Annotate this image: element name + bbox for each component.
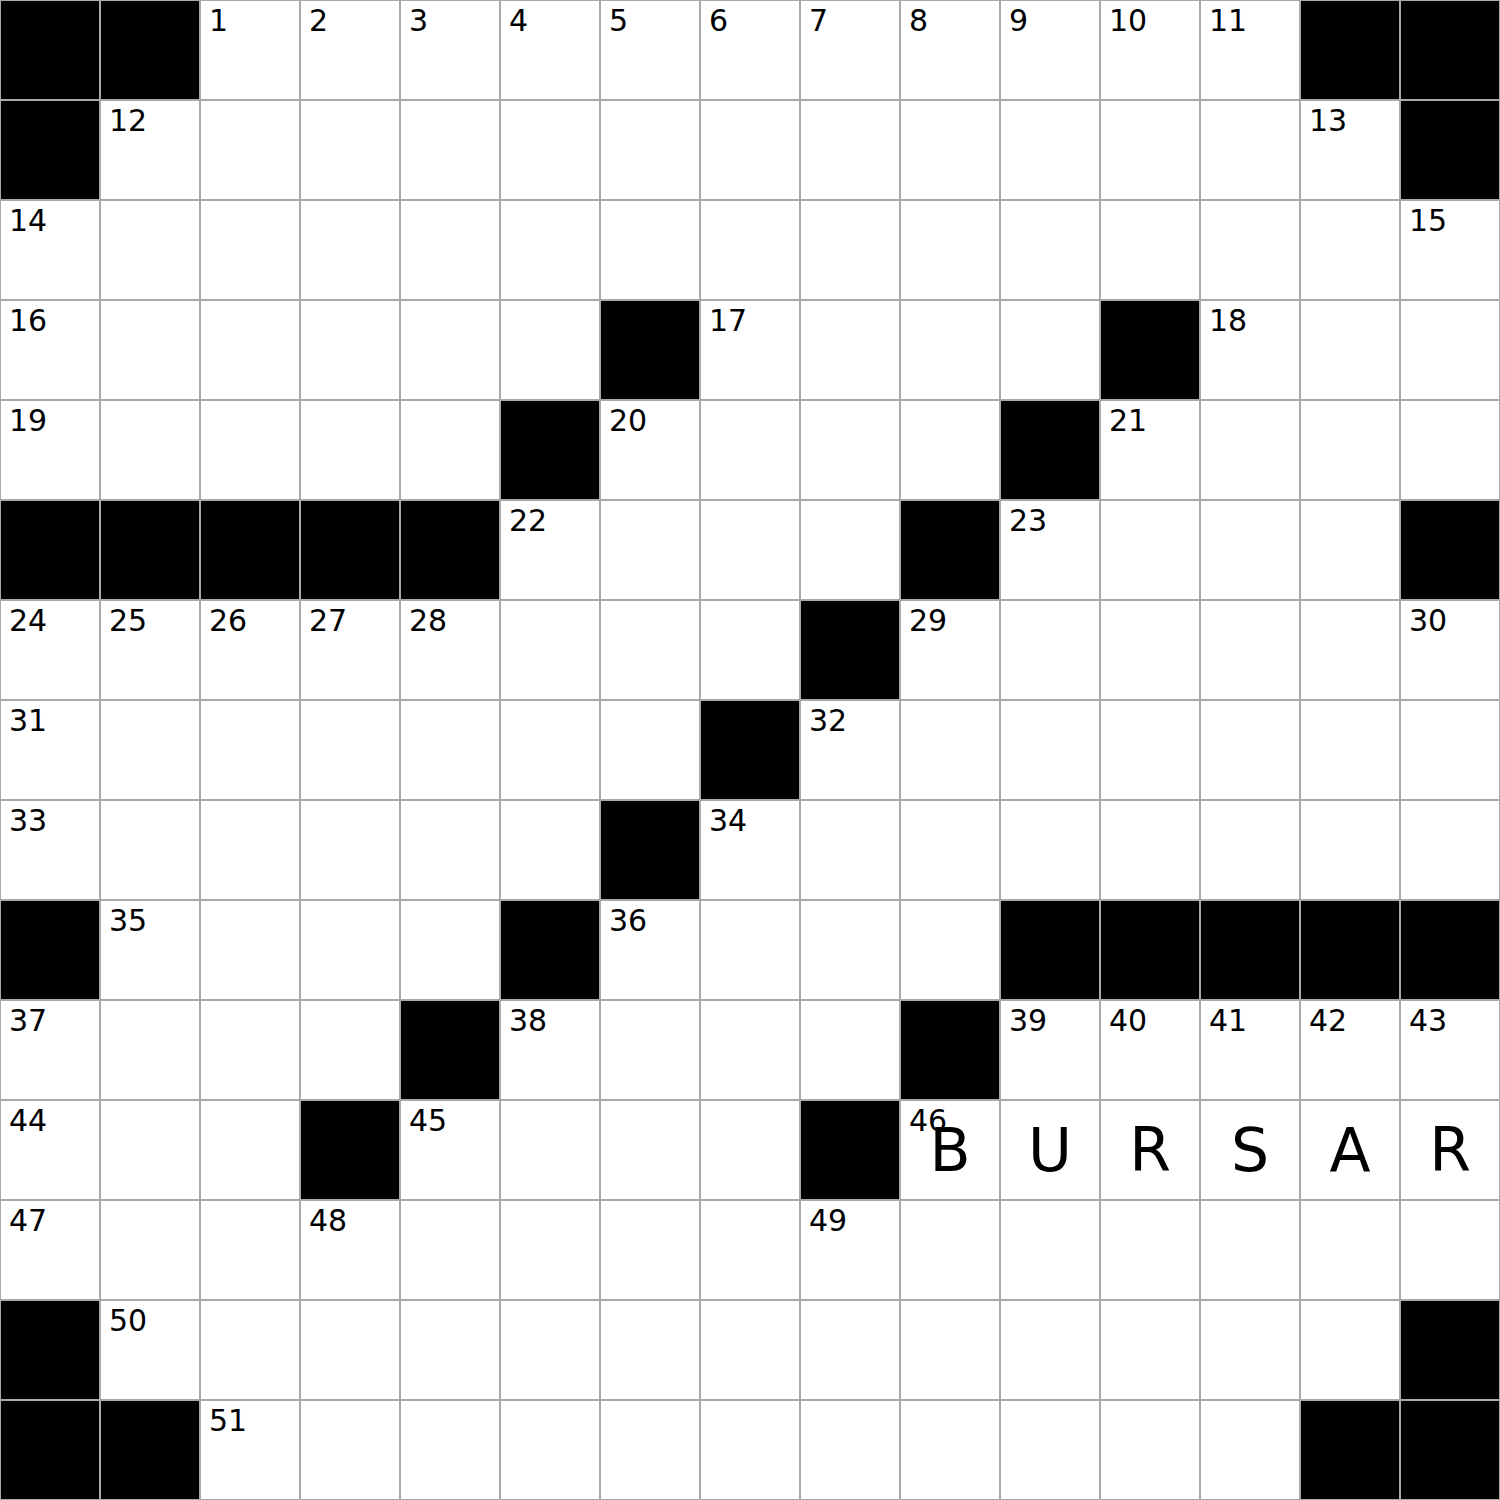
cell-r10c6[interactable] bbox=[600, 1000, 700, 1100]
clue-number-16: 16 bbox=[9, 306, 47, 336]
cell-r8c8[interactable] bbox=[800, 800, 900, 900]
cell-r8c1[interactable] bbox=[100, 800, 200, 900]
filled-letter: A bbox=[1301, 1101, 1399, 1199]
clue-number-13: 13 bbox=[1309, 106, 1347, 136]
black-cell-r5c14 bbox=[1400, 500, 1500, 600]
clue-number-38: 38 bbox=[509, 1006, 547, 1036]
cell-r11c4[interactable]: 45 bbox=[400, 1100, 500, 1200]
cell-r12c7[interactable] bbox=[700, 1200, 800, 1300]
cell-r0c4[interactable]: 3 bbox=[400, 0, 500, 100]
clue-number-47: 47 bbox=[9, 1206, 47, 1236]
cell-r2c6[interactable] bbox=[600, 200, 700, 300]
black-cell-r4c10 bbox=[1000, 400, 1100, 500]
clue-number-9: 9 bbox=[1009, 6, 1028, 36]
clue-number-32: 32 bbox=[809, 706, 847, 736]
cell-r11c14[interactable]: R bbox=[1400, 1100, 1500, 1200]
clue-number-30: 30 bbox=[1409, 606, 1447, 636]
cell-r8c13[interactable] bbox=[1300, 800, 1400, 900]
cell-r3c3[interactable] bbox=[300, 300, 400, 400]
filled-letter: U bbox=[1001, 1101, 1099, 1199]
cell-r3c14[interactable] bbox=[1400, 300, 1500, 400]
cell-r1c7[interactable] bbox=[700, 100, 800, 200]
cell-r1c13[interactable]: 13 bbox=[1300, 100, 1400, 200]
cell-r13c13[interactable] bbox=[1300, 1300, 1400, 1400]
cell-r2c10[interactable] bbox=[1000, 200, 1100, 300]
clue-number-11: 11 bbox=[1209, 6, 1247, 36]
clue-number-45: 45 bbox=[409, 1106, 447, 1136]
cell-r14c8[interactable] bbox=[800, 1400, 900, 1500]
black-cell-r5c2 bbox=[200, 500, 300, 600]
cell-r1c9[interactable] bbox=[900, 100, 1000, 200]
cell-r6c7[interactable] bbox=[700, 600, 800, 700]
cell-r14c11[interactable] bbox=[1100, 1400, 1200, 1500]
cell-r9c2[interactable] bbox=[200, 900, 300, 1000]
cell-r11c7[interactable] bbox=[700, 1100, 800, 1200]
cell-r9c1[interactable]: 35 bbox=[100, 900, 200, 1000]
cell-r12c12[interactable] bbox=[1200, 1200, 1300, 1300]
cell-r2c13[interactable] bbox=[1300, 200, 1400, 300]
black-cell-r5c1 bbox=[100, 500, 200, 600]
cell-r6c2[interactable]: 26 bbox=[200, 600, 300, 700]
black-cell-r9c5 bbox=[500, 900, 600, 1000]
cell-r4c3[interactable] bbox=[300, 400, 400, 500]
clue-number-25: 25 bbox=[109, 606, 147, 636]
clue-number-6: 6 bbox=[709, 6, 728, 36]
cell-r11c12[interactable]: S bbox=[1200, 1100, 1300, 1200]
clue-number-24: 24 bbox=[9, 606, 47, 636]
cell-r2c11[interactable] bbox=[1100, 200, 1200, 300]
cell-r0c10[interactable]: 9 bbox=[1000, 0, 1100, 100]
cell-r13c11[interactable] bbox=[1100, 1300, 1200, 1400]
cell-r10c12[interactable]: 41 bbox=[1200, 1000, 1300, 1100]
cell-r0c3[interactable]: 2 bbox=[300, 0, 400, 100]
cell-r2c8[interactable] bbox=[800, 200, 900, 300]
clue-number-7: 7 bbox=[809, 6, 828, 36]
clue-number-18: 18 bbox=[1209, 306, 1247, 336]
black-cell-r5c4 bbox=[400, 500, 500, 600]
clue-number-21: 21 bbox=[1109, 406, 1147, 436]
cell-r12c6[interactable] bbox=[600, 1200, 700, 1300]
cell-r6c1[interactable]: 25 bbox=[100, 600, 200, 700]
clue-number-19: 19 bbox=[9, 406, 47, 436]
cell-r8c11[interactable] bbox=[1100, 800, 1200, 900]
cell-r8c7[interactable]: 34 bbox=[700, 800, 800, 900]
cell-r12c5[interactable] bbox=[500, 1200, 600, 1300]
cell-r7c8[interactable]: 32 bbox=[800, 700, 900, 800]
cell-r9c9[interactable] bbox=[900, 900, 1000, 1000]
cell-r7c3[interactable] bbox=[300, 700, 400, 800]
cell-r5c5[interactable]: 22 bbox=[500, 500, 600, 600]
cell-r13c7[interactable] bbox=[700, 1300, 800, 1400]
cell-r9c7[interactable] bbox=[700, 900, 800, 1000]
cell-r12c0[interactable]: 47 bbox=[0, 1200, 100, 1300]
clue-number-41: 41 bbox=[1209, 1006, 1247, 1036]
cell-r12c13[interactable] bbox=[1300, 1200, 1400, 1300]
clue-number-34: 34 bbox=[709, 806, 747, 836]
black-cell-r9c12 bbox=[1200, 900, 1300, 1000]
cell-r6c11[interactable] bbox=[1100, 600, 1200, 700]
cell-r6c0[interactable]: 24 bbox=[0, 600, 100, 700]
cell-r3c4[interactable] bbox=[400, 300, 500, 400]
cell-r6c10[interactable] bbox=[1000, 600, 1100, 700]
cell-r4c2[interactable] bbox=[200, 400, 300, 500]
cell-r4c9[interactable] bbox=[900, 400, 1000, 500]
cell-r3c5[interactable] bbox=[500, 300, 600, 400]
cell-r0c2[interactable]: 1 bbox=[200, 0, 300, 100]
black-cell-r10c4 bbox=[400, 1000, 500, 1100]
cell-r4c6[interactable]: 20 bbox=[600, 400, 700, 500]
black-cell-r0c13 bbox=[1300, 0, 1400, 100]
clue-number-35: 35 bbox=[109, 906, 147, 936]
cell-r3c8[interactable] bbox=[800, 300, 900, 400]
clue-number-29: 29 bbox=[909, 606, 947, 636]
filled-letter: S bbox=[1201, 1101, 1299, 1199]
black-cell-r5c3 bbox=[300, 500, 400, 600]
cell-r6c6[interactable] bbox=[600, 600, 700, 700]
cell-r11c5[interactable] bbox=[500, 1100, 600, 1200]
cell-r9c3[interactable] bbox=[300, 900, 400, 1000]
black-cell-r13c14 bbox=[1400, 1300, 1500, 1400]
cell-r5c12[interactable] bbox=[1200, 500, 1300, 600]
cell-r4c12[interactable] bbox=[1200, 400, 1300, 500]
cell-r0c7[interactable]: 6 bbox=[700, 0, 800, 100]
cell-r1c2[interactable] bbox=[200, 100, 300, 200]
clue-number-50: 50 bbox=[109, 1306, 147, 1336]
crossword-grid: 1234567891011121314151617181920212223242… bbox=[0, 0, 1500, 1500]
cell-r11c1[interactable] bbox=[100, 1100, 200, 1200]
clue-number-49: 49 bbox=[809, 1206, 847, 1236]
filled-letter: R bbox=[1401, 1101, 1499, 1199]
cell-r2c7[interactable] bbox=[700, 200, 800, 300]
cell-r12c4[interactable] bbox=[400, 1200, 500, 1300]
cell-r12c3[interactable]: 48 bbox=[300, 1200, 400, 1300]
clue-number-5: 5 bbox=[609, 6, 628, 36]
black-cell-r0c0 bbox=[0, 0, 100, 100]
cell-r14c4[interactable] bbox=[400, 1400, 500, 1500]
black-cell-r0c14 bbox=[1400, 0, 1500, 100]
cell-r1c5[interactable] bbox=[500, 100, 600, 200]
cell-r14c9[interactable] bbox=[900, 1400, 1000, 1500]
cell-r12c8[interactable]: 49 bbox=[800, 1200, 900, 1300]
cell-r0c6[interactable]: 5 bbox=[600, 0, 700, 100]
cell-r13c9[interactable] bbox=[900, 1300, 1000, 1400]
cell-r13c8[interactable] bbox=[800, 1300, 900, 1400]
cell-r7c0[interactable]: 31 bbox=[0, 700, 100, 800]
cell-r7c4[interactable] bbox=[400, 700, 500, 800]
cell-r13c4[interactable] bbox=[400, 1300, 500, 1400]
clue-number-51: 51 bbox=[209, 1406, 247, 1436]
cell-r8c12[interactable] bbox=[1200, 800, 1300, 900]
cell-r8c5[interactable] bbox=[500, 800, 600, 900]
black-cell-r5c9 bbox=[900, 500, 1000, 600]
cell-r0c8[interactable]: 7 bbox=[800, 0, 900, 100]
cell-r1c8[interactable] bbox=[800, 100, 900, 200]
clue-number-31: 31 bbox=[9, 706, 47, 736]
cell-r6c13[interactable] bbox=[1300, 600, 1400, 700]
cell-r6c5[interactable] bbox=[500, 600, 600, 700]
black-cell-r13c0 bbox=[0, 1300, 100, 1400]
cell-r7c2[interactable] bbox=[200, 700, 300, 800]
cell-r8c14[interactable] bbox=[1400, 800, 1500, 900]
cell-r9c6[interactable]: 36 bbox=[600, 900, 700, 1000]
cell-r11c10[interactable]: U bbox=[1000, 1100, 1100, 1200]
clue-number-8: 8 bbox=[909, 6, 928, 36]
cell-r11c6[interactable] bbox=[600, 1100, 700, 1200]
cell-r7c10[interactable] bbox=[1000, 700, 1100, 800]
cell-r13c5[interactable] bbox=[500, 1300, 600, 1400]
cell-r12c2[interactable] bbox=[200, 1200, 300, 1300]
black-cell-r9c13 bbox=[1300, 900, 1400, 1000]
cell-r7c12[interactable] bbox=[1200, 700, 1300, 800]
cell-r1c4[interactable] bbox=[400, 100, 500, 200]
cell-r5c8[interactable] bbox=[800, 500, 900, 600]
clue-number-27: 27 bbox=[309, 606, 347, 636]
cell-r3c0[interactable]: 16 bbox=[0, 300, 100, 400]
cell-r8c9[interactable] bbox=[900, 800, 1000, 900]
clue-number-17: 17 bbox=[709, 306, 747, 336]
cell-r7c6[interactable] bbox=[600, 700, 700, 800]
cell-r10c8[interactable] bbox=[800, 1000, 900, 1100]
cell-r7c9[interactable] bbox=[900, 700, 1000, 800]
black-cell-r14c13 bbox=[1300, 1400, 1400, 1500]
cell-r14c3[interactable] bbox=[300, 1400, 400, 1500]
cell-r6c14[interactable]: 30 bbox=[1400, 600, 1500, 700]
cell-r14c7[interactable] bbox=[700, 1400, 800, 1500]
cell-r10c0[interactable]: 37 bbox=[0, 1000, 100, 1100]
cell-r12c14[interactable] bbox=[1400, 1200, 1500, 1300]
clue-number-12: 12 bbox=[109, 106, 147, 136]
cell-r8c4[interactable] bbox=[400, 800, 500, 900]
cell-r12c9[interactable] bbox=[900, 1200, 1000, 1300]
black-cell-r14c1 bbox=[100, 1400, 200, 1500]
cell-r3c9[interactable] bbox=[900, 300, 1000, 400]
black-cell-r9c0 bbox=[0, 900, 100, 1000]
black-cell-r6c8 bbox=[800, 600, 900, 700]
cell-r6c4[interactable]: 28 bbox=[400, 600, 500, 700]
cell-r10c10[interactable]: 39 bbox=[1000, 1000, 1100, 1100]
cell-r14c10[interactable] bbox=[1000, 1400, 1100, 1500]
cell-r13c3[interactable] bbox=[300, 1300, 400, 1400]
cell-r3c12[interactable]: 18 bbox=[1200, 300, 1300, 400]
cell-r7c5[interactable] bbox=[500, 700, 600, 800]
filled-letter: B bbox=[901, 1101, 999, 1199]
cell-r2c9[interactable] bbox=[900, 200, 1000, 300]
cell-r5c10[interactable]: 23 bbox=[1000, 500, 1100, 600]
black-cell-r8c6 bbox=[600, 800, 700, 900]
clue-number-26: 26 bbox=[209, 606, 247, 636]
cell-r1c6[interactable] bbox=[600, 100, 700, 200]
clue-number-36: 36 bbox=[609, 906, 647, 936]
cell-r1c3[interactable] bbox=[300, 100, 400, 200]
clue-number-22: 22 bbox=[509, 506, 547, 536]
black-cell-r3c6 bbox=[600, 300, 700, 400]
black-cell-r5c0 bbox=[0, 500, 100, 600]
cell-r14c6[interactable] bbox=[600, 1400, 700, 1500]
cell-r3c1[interactable] bbox=[100, 300, 200, 400]
cell-r7c11[interactable] bbox=[1100, 700, 1200, 800]
cell-r2c4[interactable] bbox=[400, 200, 500, 300]
cell-r9c4[interactable] bbox=[400, 900, 500, 1000]
cell-r13c1[interactable]: 50 bbox=[100, 1300, 200, 1400]
cell-r4c13[interactable] bbox=[1300, 400, 1400, 500]
cell-r2c1[interactable] bbox=[100, 200, 200, 300]
cell-r0c9[interactable]: 8 bbox=[900, 0, 1000, 100]
cell-r13c12[interactable] bbox=[1200, 1300, 1300, 1400]
clue-number-48: 48 bbox=[309, 1206, 347, 1236]
filled-letter: R bbox=[1101, 1101, 1199, 1199]
cell-r11c2[interactable] bbox=[200, 1100, 300, 1200]
cell-r11c11[interactable]: R bbox=[1100, 1100, 1200, 1200]
cell-r2c12[interactable] bbox=[1200, 200, 1300, 300]
cell-r2c0[interactable]: 14 bbox=[0, 200, 100, 300]
clue-number-37: 37 bbox=[9, 1006, 47, 1036]
clue-number-40: 40 bbox=[1109, 1006, 1147, 1036]
cell-r3c10[interactable] bbox=[1000, 300, 1100, 400]
cell-r7c14[interactable] bbox=[1400, 700, 1500, 800]
cell-r12c11[interactable] bbox=[1100, 1200, 1200, 1300]
clue-number-42: 42 bbox=[1309, 1006, 1347, 1036]
black-cell-r14c14 bbox=[1400, 1400, 1500, 1500]
cell-r14c5[interactable] bbox=[500, 1400, 600, 1500]
black-cell-r1c14 bbox=[1400, 100, 1500, 200]
cell-r10c13[interactable]: 42 bbox=[1300, 1000, 1400, 1100]
cell-r4c1[interactable] bbox=[100, 400, 200, 500]
black-cell-r10c9 bbox=[900, 1000, 1000, 1100]
cell-r11c13[interactable]: A bbox=[1300, 1100, 1400, 1200]
cell-r4c14[interactable] bbox=[1400, 400, 1500, 500]
cell-r8c10[interactable] bbox=[1000, 800, 1100, 900]
cell-r4c11[interactable]: 21 bbox=[1100, 400, 1200, 500]
cell-r1c1[interactable]: 12 bbox=[100, 100, 200, 200]
cell-r4c8[interactable] bbox=[800, 400, 900, 500]
cell-r5c7[interactable] bbox=[700, 500, 800, 600]
black-cell-r14c0 bbox=[0, 1400, 100, 1500]
cell-r10c2[interactable] bbox=[200, 1000, 300, 1100]
cell-r14c12[interactable] bbox=[1200, 1400, 1300, 1500]
cell-r10c1[interactable] bbox=[100, 1000, 200, 1100]
cell-r3c13[interactable] bbox=[1300, 300, 1400, 400]
black-cell-r3c11 bbox=[1100, 300, 1200, 400]
cell-r2c3[interactable] bbox=[300, 200, 400, 300]
clue-number-28: 28 bbox=[409, 606, 447, 636]
cell-r1c10[interactable] bbox=[1000, 100, 1100, 200]
black-cell-r11c8 bbox=[800, 1100, 900, 1200]
cell-r5c13[interactable] bbox=[1300, 500, 1400, 600]
cell-r2c2[interactable] bbox=[200, 200, 300, 300]
cell-r10c14[interactable]: 43 bbox=[1400, 1000, 1500, 1100]
cell-r11c9[interactable]: 46B bbox=[900, 1100, 1000, 1200]
clue-number-10: 10 bbox=[1109, 6, 1147, 36]
cell-r2c14[interactable]: 15 bbox=[1400, 200, 1500, 300]
cell-r6c9[interactable]: 29 bbox=[900, 600, 1000, 700]
cell-r9c8[interactable] bbox=[800, 900, 900, 1000]
cell-r1c12[interactable] bbox=[1200, 100, 1300, 200]
cell-r10c5[interactable]: 38 bbox=[500, 1000, 600, 1100]
clue-number-1: 1 bbox=[209, 6, 228, 36]
cell-r4c0[interactable]: 19 bbox=[0, 400, 100, 500]
cell-r13c6[interactable] bbox=[600, 1300, 700, 1400]
cell-r4c4[interactable] bbox=[400, 400, 500, 500]
cell-r3c7[interactable]: 17 bbox=[700, 300, 800, 400]
clue-number-14: 14 bbox=[9, 206, 47, 236]
clue-number-20: 20 bbox=[609, 406, 647, 436]
cell-r8c2[interactable] bbox=[200, 800, 300, 900]
clue-number-4: 4 bbox=[509, 6, 528, 36]
clue-number-23: 23 bbox=[1009, 506, 1047, 536]
black-cell-r4c5 bbox=[500, 400, 600, 500]
black-cell-r9c14 bbox=[1400, 900, 1500, 1000]
cell-r14c2[interactable]: 51 bbox=[200, 1400, 300, 1500]
clue-number-43: 43 bbox=[1409, 1006, 1447, 1036]
black-cell-r1c0 bbox=[0, 100, 100, 200]
clue-number-2: 2 bbox=[309, 6, 328, 36]
cell-r8c3[interactable] bbox=[300, 800, 400, 900]
cell-r3c2[interactable] bbox=[200, 300, 300, 400]
cell-r0c5[interactable]: 4 bbox=[500, 0, 600, 100]
cell-r11c0[interactable]: 44 bbox=[0, 1100, 100, 1200]
cell-r6c3[interactable]: 27 bbox=[300, 600, 400, 700]
cell-r7c13[interactable] bbox=[1300, 700, 1400, 800]
black-cell-r11c3 bbox=[300, 1100, 400, 1200]
cell-r5c11[interactable] bbox=[1100, 500, 1200, 600]
cell-r7c1[interactable] bbox=[100, 700, 200, 800]
cell-r10c3[interactable] bbox=[300, 1000, 400, 1100]
cell-r12c1[interactable] bbox=[100, 1200, 200, 1300]
black-cell-r9c10 bbox=[1000, 900, 1100, 1000]
black-cell-r0c1 bbox=[100, 0, 200, 100]
cell-r1c11[interactable] bbox=[1100, 100, 1200, 200]
clue-number-33: 33 bbox=[9, 806, 47, 836]
cell-r2c5[interactable] bbox=[500, 200, 600, 300]
cell-r4c7[interactable] bbox=[700, 400, 800, 500]
clue-number-44: 44 bbox=[9, 1106, 47, 1136]
black-cell-r7c7 bbox=[700, 700, 800, 800]
cell-r0c11[interactable]: 10 bbox=[1100, 0, 1200, 100]
clue-number-39: 39 bbox=[1009, 1006, 1047, 1036]
cell-r8c0[interactable]: 33 bbox=[0, 800, 100, 900]
cell-r5c6[interactable] bbox=[600, 500, 700, 600]
cell-r13c10[interactable] bbox=[1000, 1300, 1100, 1400]
cell-r0c12[interactable]: 11 bbox=[1200, 0, 1300, 100]
cell-r6c12[interactable] bbox=[1200, 600, 1300, 700]
clue-number-15: 15 bbox=[1409, 206, 1447, 236]
cell-r13c2[interactable] bbox=[200, 1300, 300, 1400]
clue-number-3: 3 bbox=[409, 6, 428, 36]
cell-r10c7[interactable] bbox=[700, 1000, 800, 1100]
black-cell-r9c11 bbox=[1100, 900, 1200, 1000]
cell-r12c10[interactable] bbox=[1000, 1200, 1100, 1300]
cell-r10c11[interactable]: 40 bbox=[1100, 1000, 1200, 1100]
